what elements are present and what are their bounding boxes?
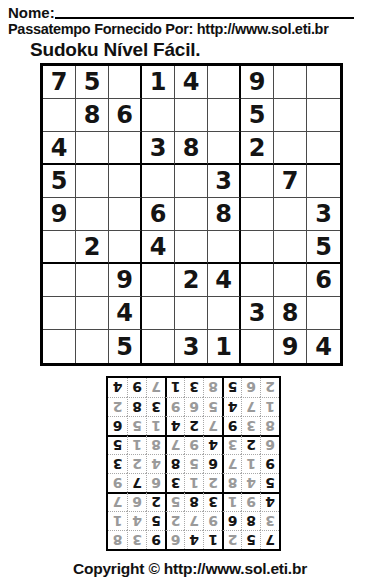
solution-cell-r5c7: 4 <box>146 454 165 473</box>
puzzle-cell-r5c2[interactable] <box>76 198 109 231</box>
solution-cell-r7c5: 2 <box>184 416 203 435</box>
provider-line: Passatempo Fornecido Por: http://www.sol… <box>8 21 329 37</box>
solution-cell-r1c4: 1 <box>203 530 222 549</box>
solution-cell-r7c8: 5 <box>127 416 146 435</box>
solution-cell-r5c8: 2 <box>127 454 146 473</box>
puzzle-cell-r1c9[interactable] <box>307 66 340 99</box>
puzzle-cell-r7c8[interactable] <box>274 264 307 297</box>
puzzle-cell-r4c4[interactable] <box>142 165 175 198</box>
puzzle-cell-r7c9: 6 <box>307 264 340 297</box>
solution-cell-r6c9: 5 <box>108 435 127 454</box>
puzzle-cell-r7c1[interactable] <box>43 264 76 297</box>
solution-cell-r6c2: 2 <box>241 435 260 454</box>
puzzle-cell-r2c7: 5 <box>241 99 274 132</box>
puzzle-cell-r3c6[interactable] <box>208 132 241 165</box>
puzzle-cell-r3c9[interactable] <box>307 132 340 165</box>
solution-cell-r3c3: 1 <box>222 492 241 511</box>
puzzle-cell-r4c7[interactable] <box>241 165 274 198</box>
puzzle-cell-r3c3[interactable] <box>109 132 142 165</box>
puzzle-cell-r8c3: 4 <box>109 297 142 330</box>
solution-cell-r7c7: 1 <box>146 416 165 435</box>
solution-cell-r4c3: 8 <box>222 473 241 492</box>
solution-cell-r2c7: 5 <box>146 511 165 530</box>
solution-cell-r8c4: 5 <box>203 397 222 416</box>
puzzle-cell-r7c2[interactable] <box>76 264 109 297</box>
puzzle-cell-r8c4[interactable] <box>142 297 175 330</box>
solution-cell-r5c4: 6 <box>203 454 222 473</box>
sudoku-solution-board-rotated: 7521469383869725414913852675482136799176… <box>106 376 281 551</box>
puzzle-cell-r3c2[interactable] <box>76 132 109 165</box>
solution-cell-r5c9: 3 <box>108 454 127 473</box>
solution-cell-r6c3: 3 <box>222 435 241 454</box>
puzzle-cell-r8c2[interactable] <box>76 297 109 330</box>
puzzle-cell-r1c1: 7 <box>43 66 76 99</box>
solution-cell-r5c6: 8 <box>165 454 184 473</box>
puzzle-cell-r7c5: 2 <box>175 264 208 297</box>
solution-cell-r3c9: 7 <box>108 492 127 511</box>
puzzle-cell-r3c8[interactable] <box>274 132 307 165</box>
solution-cell-r2c5: 7 <box>184 511 203 530</box>
puzzle-cell-r5c1: 9 <box>43 198 76 231</box>
solution-cell-r6c8: 1 <box>127 435 146 454</box>
puzzle-cell-r9c3: 5 <box>109 330 142 363</box>
puzzle-cell-r1c5: 4 <box>175 66 208 99</box>
solution-cell-r1c2: 5 <box>241 530 260 549</box>
puzzle-cell-r9c4[interactable] <box>142 330 175 363</box>
copyright-line: Copyright © http://www.sol.eti.br <box>0 560 380 578</box>
solution-cell-r1c6: 6 <box>165 530 184 549</box>
puzzle-cell-r1c4: 1 <box>142 66 175 99</box>
solution-cell-r4c1: 5 <box>260 473 279 492</box>
puzzle-cell-r4c5[interactable] <box>175 165 208 198</box>
solution-cell-r4c2: 4 <box>241 473 260 492</box>
solution-cell-r5c1: 9 <box>260 454 279 473</box>
solution-cell-r1c7: 9 <box>146 530 165 549</box>
puzzle-cell-r4c6: 3 <box>208 165 241 198</box>
puzzle-cell-r4c9[interactable] <box>307 165 340 198</box>
puzzle-cell-r3c4: 3 <box>142 132 175 165</box>
solution-cell-r2c6: 2 <box>165 511 184 530</box>
solution-cell-r9c7: 7 <box>146 378 165 397</box>
puzzle-cell-r5c8[interactable] <box>274 198 307 231</box>
solution-cell-r2c2: 8 <box>241 511 260 530</box>
puzzle-cell-r5c3[interactable] <box>109 198 142 231</box>
puzzle-cell-r8c6[interactable] <box>208 297 241 330</box>
solution-cell-r3c2: 9 <box>241 492 260 511</box>
solution-cell-r8c1: 1 <box>260 397 279 416</box>
solution-cell-r3c6: 5 <box>165 492 184 511</box>
solution-cell-r7c2: 3 <box>241 416 260 435</box>
solution-cell-r9c6: 1 <box>165 378 184 397</box>
solution-cell-r5c3: 7 <box>222 454 241 473</box>
puzzle-cell-r1c3[interactable] <box>109 66 142 99</box>
puzzle-cell-r9c2[interactable] <box>76 330 109 363</box>
puzzle-cell-r9c9: 4 <box>307 330 340 363</box>
puzzle-cell-r1c6[interactable] <box>208 66 241 99</box>
solution-cell-r7c6: 4 <box>165 416 184 435</box>
puzzle-cell-r5c5[interactable] <box>175 198 208 231</box>
solution-cell-r6c4: 4 <box>203 435 222 454</box>
puzzle-cell-r9c5: 3 <box>175 330 208 363</box>
solution-cell-r8c8: 8 <box>127 397 146 416</box>
puzzle-cell-r6c8[interactable] <box>274 231 307 264</box>
solution-cell-r1c5: 4 <box>184 530 203 549</box>
solution-cell-r9c5: 3 <box>184 378 203 397</box>
puzzle-cell-r4c1: 5 <box>43 165 76 198</box>
name-fill-in-line[interactable] <box>55 3 354 19</box>
solution-cell-r4c8: 7 <box>127 473 146 492</box>
puzzle-cell-r2c5[interactable] <box>175 99 208 132</box>
solution-cell-r2c3: 6 <box>222 511 241 530</box>
puzzle-cell-r6c4: 4 <box>142 231 175 264</box>
puzzle-cell-r6c5[interactable] <box>175 231 208 264</box>
solution-cell-r9c9: 4 <box>108 378 127 397</box>
solution-cell-r3c7: 2 <box>146 492 165 511</box>
solution-cell-r2c4: 9 <box>203 511 222 530</box>
solution-cell-r7c9: 6 <box>108 416 127 435</box>
solution-cell-r9c1: 2 <box>260 378 279 397</box>
puzzle-cell-r3c5: 8 <box>175 132 208 165</box>
puzzle-cell-r1c2: 5 <box>76 66 109 99</box>
puzzle-cell-r8c9[interactable] <box>307 297 340 330</box>
puzzle-cell-r5c7[interactable] <box>241 198 274 231</box>
puzzle-cell-r6c1[interactable] <box>43 231 76 264</box>
puzzle-cell-r5c9: 3 <box>307 198 340 231</box>
puzzle-cell-r2c8[interactable] <box>274 99 307 132</box>
puzzle-cell-r2c2: 8 <box>76 99 109 132</box>
solution-cell-r2c8: 4 <box>127 511 146 530</box>
puzzle-cell-r2c3: 6 <box>109 99 142 132</box>
puzzle-cell-r8c1[interactable] <box>43 297 76 330</box>
name-label: Nome: <box>8 4 55 21</box>
puzzle-cell-r7c4[interactable] <box>142 264 175 297</box>
solution-cell-r4c9: 9 <box>108 473 127 492</box>
puzzle-cell-r6c9: 5 <box>307 231 340 264</box>
name-row: Nome: <box>8 3 354 21</box>
solution-cell-r7c1: 8 <box>260 416 279 435</box>
puzzle-cell-r5c6: 8 <box>208 198 241 231</box>
solution-cell-r4c7: 6 <box>146 473 165 492</box>
puzzle-cell-r5c4: 6 <box>142 198 175 231</box>
puzzle-cell-r8c5[interactable] <box>175 297 208 330</box>
solution-cell-r2c1: 3 <box>260 511 279 530</box>
solution-cell-r8c9: 2 <box>108 397 127 416</box>
solution-cell-r4c4: 2 <box>203 473 222 492</box>
solution-cell-r9c3: 5 <box>222 378 241 397</box>
puzzle-cell-r9c1[interactable] <box>43 330 76 363</box>
solution-cell-r1c8: 3 <box>127 530 146 549</box>
solution-cell-r6c1: 6 <box>260 435 279 454</box>
puzzle-cell-r6c6[interactable] <box>208 231 241 264</box>
sudoku-board: 7514986543825379683245924643853194 <box>40 63 343 366</box>
puzzle-cell-r7c3: 9 <box>109 264 142 297</box>
sudoku-worksheet-page: Nome: Passatempo Fornecido Por: http://w… <box>0 0 380 585</box>
page-title: Sudoku Nível Fácil. <box>30 39 200 61</box>
solution-cell-r5c5: 5 <box>184 454 203 473</box>
puzzle-cell-r4c8: 7 <box>274 165 307 198</box>
puzzle-cell-r4c2[interactable] <box>76 165 109 198</box>
puzzle-cell-r2c1[interactable] <box>43 99 76 132</box>
solution-cell-r4c6: 3 <box>165 473 184 492</box>
solution-cell-r8c7: 3 <box>146 397 165 416</box>
puzzle-cell-r8c8: 8 <box>274 297 307 330</box>
solution-cell-r9c8: 9 <box>127 378 146 397</box>
puzzle-cell-r6c3[interactable] <box>109 231 142 264</box>
puzzle-cell-r6c2: 2 <box>76 231 109 264</box>
solution-cell-r5c2: 1 <box>241 454 260 473</box>
puzzle-cell-r8c7: 3 <box>241 297 274 330</box>
solution-cell-r9c2: 6 <box>241 378 260 397</box>
puzzle-cell-r2c4[interactable] <box>142 99 175 132</box>
puzzle-cell-r2c6[interactable] <box>208 99 241 132</box>
puzzle-cell-r9c8: 9 <box>274 330 307 363</box>
solution-cell-r3c4: 3 <box>203 492 222 511</box>
puzzle-cell-r2c9[interactable] <box>307 99 340 132</box>
solution-cell-r1c3: 2 <box>222 530 241 549</box>
solution-cell-r6c6: 7 <box>165 435 184 454</box>
solution-cell-r3c5: 8 <box>184 492 203 511</box>
puzzle-cell-r7c6: 4 <box>208 264 241 297</box>
solution-cell-r6c7: 8 <box>146 435 165 454</box>
solution-cell-r3c8: 6 <box>127 492 146 511</box>
solution-cell-r9c4: 8 <box>203 378 222 397</box>
solution-cell-r8c2: 7 <box>241 397 260 416</box>
solution-cell-r2c9: 1 <box>108 511 127 530</box>
puzzle-cell-r1c7: 9 <box>241 66 274 99</box>
solution-cell-r7c3: 9 <box>222 416 241 435</box>
puzzle-cell-r1c8[interactable] <box>274 66 307 99</box>
puzzle-cell-r6c7[interactable] <box>241 231 274 264</box>
solution-cell-r8c3: 4 <box>222 397 241 416</box>
solution-cell-r1c9: 8 <box>108 530 127 549</box>
puzzle-cell-r4c3[interactable] <box>109 165 142 198</box>
solution-cell-r8c5: 6 <box>184 397 203 416</box>
solution-cell-r3c1: 4 <box>260 492 279 511</box>
solution-cell-r6c5: 9 <box>184 435 203 454</box>
solution-cell-r4c5: 1 <box>184 473 203 492</box>
solution-cell-r1c1: 7 <box>260 530 279 549</box>
puzzle-cell-r3c7: 2 <box>241 132 274 165</box>
solution-cell-r8c6: 9 <box>165 397 184 416</box>
puzzle-cell-r7c7[interactable] <box>241 264 274 297</box>
solution-cell-r7c4: 7 <box>203 416 222 435</box>
puzzle-cell-r9c6: 1 <box>208 330 241 363</box>
puzzle-cell-r3c1: 4 <box>43 132 76 165</box>
puzzle-cell-r9c7[interactable] <box>241 330 274 363</box>
